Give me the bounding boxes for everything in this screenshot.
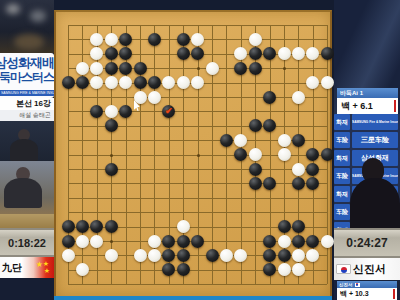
black-stone (76, 220, 89, 233)
black-stone (263, 47, 276, 60)
sponsor-box: 三星车险 (352, 132, 398, 148)
white-stone (76, 62, 89, 75)
white-stone (177, 76, 190, 89)
board-line-h (68, 183, 327, 184)
star-point (110, 240, 113, 243)
mini-eval-red-bar (393, 289, 395, 299)
white-stone (119, 76, 132, 89)
white-stone (105, 249, 118, 262)
black-stone (177, 47, 190, 60)
board-line-h (68, 212, 327, 213)
korea-flag-mini-icon (355, 283, 360, 287)
right-player-clock: 0:24:27 (334, 228, 400, 258)
white-stone (234, 47, 247, 60)
white-stone (148, 91, 161, 104)
korea-flag-icon (336, 264, 351, 274)
black-stone (148, 76, 161, 89)
tournament-title: 삼성화재배 (0, 55, 54, 70)
white-stone (90, 235, 103, 248)
go-board[interactable]: ✔ (54, 10, 332, 297)
star-point (197, 67, 200, 70)
white-stone (90, 76, 103, 89)
left-player-name: 九단 (0, 261, 22, 275)
white-stone (278, 148, 291, 161)
mini-eval-value: 백 + 10.3 (337, 288, 397, 300)
black-stone (177, 33, 190, 46)
black-stone (162, 249, 175, 262)
eval-red-bar (394, 100, 396, 112)
white-stone (134, 249, 147, 262)
black-stone (90, 220, 103, 233)
white-stone (292, 249, 305, 262)
black-stone (162, 235, 175, 248)
white-stone (62, 249, 75, 262)
broadcast-screen: 삼성화재배 바둑마스터스 SAMSUNG FIRE & MARINE INSUR… (0, 0, 400, 300)
white-stone (206, 62, 219, 75)
black-stone (119, 33, 132, 46)
black-stone (263, 263, 276, 276)
black-stone (249, 119, 262, 132)
commentator-video-feed[interactable] (0, 121, 54, 161)
black-stone (292, 235, 305, 248)
commentary-label: 해설 송태곤 (0, 110, 54, 121)
black-stone (306, 177, 319, 190)
star-point (197, 154, 200, 157)
black-stone (321, 148, 334, 161)
white-stone (306, 249, 319, 262)
black-stone (162, 263, 175, 276)
mini-eval-header: 신진서 (337, 281, 397, 288)
ai-eval-value: 백 + 6.1 (337, 98, 398, 114)
black-stone (306, 163, 319, 176)
white-stone (278, 235, 291, 248)
black-stone (76, 76, 89, 89)
lower-third-strip (54, 296, 332, 300)
white-stone (105, 105, 118, 118)
star-point (283, 67, 286, 70)
right-player-name: 신진서 (353, 262, 386, 277)
white-stone (234, 134, 247, 147)
mini-eval-panel: 신진서 백 + 10.3 (337, 281, 397, 300)
black-stone (191, 47, 204, 60)
tournament-subtitle: 바둑마스터스 (0, 70, 54, 84)
board-line-v (226, 25, 227, 284)
left-footer-panel (0, 278, 54, 300)
white-stone (321, 76, 334, 89)
round-label: 본선 16강 (0, 98, 54, 110)
black-stone (234, 148, 247, 161)
studio-video-feed[interactable] (0, 0, 54, 53)
star-point (110, 154, 113, 157)
black-stone (306, 148, 319, 161)
left-player-video-feed[interactable] (0, 161, 54, 228)
black-stone (263, 119, 276, 132)
black-stone (119, 47, 132, 60)
left-player-nameplate: 九단 ★ ★ ★ (0, 257, 54, 278)
right-clock-time: 0:24:27 (346, 236, 387, 250)
black-stone (292, 177, 305, 190)
last-move-marker: ✔ (165, 107, 173, 116)
white-stone (249, 33, 262, 46)
black-stone (292, 220, 305, 233)
black-stone (105, 163, 118, 176)
board-line-h (68, 198, 327, 199)
white-stone (105, 33, 118, 46)
black-stone (206, 249, 219, 262)
white-stone (134, 91, 147, 104)
black-stone (234, 62, 247, 75)
white-stone (191, 76, 204, 89)
black-stone: ✔ (162, 105, 175, 118)
black-stone (62, 220, 75, 233)
sponsor-box: 화재 (334, 186, 350, 202)
black-stone (191, 235, 204, 248)
black-stone (105, 119, 118, 132)
white-stone (191, 33, 204, 46)
black-stone (278, 249, 291, 262)
white-stone (278, 47, 291, 60)
ai-eval-panel: 바둑Ai 1 백 + 6.1 (337, 88, 398, 114)
black-stone (177, 235, 190, 248)
white-stone (148, 235, 161, 248)
black-stone (105, 62, 118, 75)
white-stone (249, 148, 262, 161)
white-stone (90, 47, 103, 60)
white-stone (177, 220, 190, 233)
black-stone (148, 33, 161, 46)
white-stone (162, 76, 175, 89)
black-stone (177, 249, 190, 262)
black-stone (62, 76, 75, 89)
ai-eval-header: 바둑Ai 1 (337, 88, 398, 98)
white-stone (105, 76, 118, 89)
sponsor-box: SAMSUNG Fire & Marine Insurance (352, 114, 398, 130)
black-stone (263, 235, 276, 248)
black-stone (105, 47, 118, 60)
black-stone (306, 235, 319, 248)
black-stone (90, 105, 103, 118)
white-stone (220, 249, 233, 262)
sponsor-box: 车险 (334, 168, 350, 184)
black-stone (263, 91, 276, 104)
black-stone (177, 263, 190, 276)
white-stone (278, 134, 291, 147)
sponsor-box: 车险 (334, 204, 350, 220)
board-line-h (68, 284, 327, 285)
white-stone (306, 76, 319, 89)
black-stone (292, 134, 305, 147)
left-player-clock: 0:18:22 (0, 228, 54, 257)
black-stone (249, 47, 262, 60)
right-player-nameplate: 신진서 (334, 258, 400, 280)
white-stone (292, 263, 305, 276)
black-stone (119, 105, 132, 118)
white-stone (278, 263, 291, 276)
white-stone (292, 47, 305, 60)
white-stone (292, 163, 305, 176)
black-stone (249, 177, 262, 190)
white-stone (76, 235, 89, 248)
black-stone (105, 220, 118, 233)
white-stone (90, 33, 103, 46)
black-stone (321, 47, 334, 60)
black-stone (119, 62, 132, 75)
white-stone (148, 249, 161, 262)
sponsor-box: 화재 (334, 150, 350, 166)
white-stone (90, 62, 103, 75)
black-stone (134, 76, 147, 89)
black-stone (220, 134, 233, 147)
black-stone (249, 163, 262, 176)
sponsor-box: 화재 (334, 114, 350, 130)
tournament-title-en: SAMSUNG FIRE & MARINE INSURANCE WORLD MA… (0, 90, 54, 96)
white-stone (306, 47, 319, 60)
white-stone (321, 235, 334, 248)
black-stone (134, 62, 147, 75)
black-stone (62, 235, 75, 248)
left-clock-time: 0:18:22 (8, 237, 46, 249)
black-stone (278, 220, 291, 233)
sponsor-box: 车险 (334, 132, 350, 148)
tournament-title-panel: 삼성화재배 바둑마스터스 SAMSUNG FIRE & MARINE INSUR… (0, 53, 54, 98)
black-stone (263, 177, 276, 190)
black-stone (263, 249, 276, 262)
black-stone (249, 62, 262, 75)
white-stone (292, 91, 305, 104)
white-stone (234, 249, 247, 262)
left-sidebar: 삼성화재배 바둑마스터스 SAMSUNG FIRE & MARINE INSUR… (0, 0, 54, 300)
white-stone (76, 263, 89, 276)
